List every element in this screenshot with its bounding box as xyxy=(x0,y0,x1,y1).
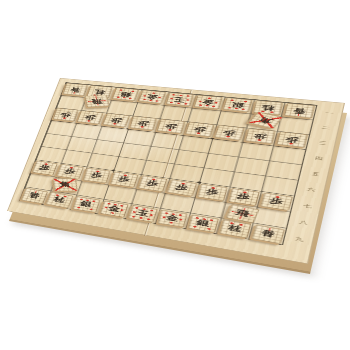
shogi-set-photo: 香桂銀金王金銀桂香飛角歩歩歩歩歩歩歩歩歩歩歩歩歩歩歩歩歩歩角飛香桂銀金玉金銀桂香… xyxy=(0,0,350,350)
rank-label: 八 xyxy=(293,218,315,228)
shogi-piece-gin[interactable]: 銀 xyxy=(73,196,101,212)
shogi-piece-gin[interactable]: 銀 xyxy=(112,87,139,101)
shogi-piece-kyo[interactable]: 香 xyxy=(251,224,285,243)
piece-kanji: 飛 xyxy=(234,209,250,218)
piece-kanji: 銀 xyxy=(120,91,133,97)
rank-label: 一 xyxy=(319,110,340,118)
shogi-piece-kyo[interactable]: 香 xyxy=(63,83,88,96)
shogi-piece-ou[interactable]: 王 xyxy=(166,92,194,106)
piece-kanji: 金 xyxy=(202,99,215,106)
piece-kanji: 飛 xyxy=(92,98,104,104)
piece-kanji: 歩 xyxy=(205,188,219,196)
piece-kanji: 桂 xyxy=(94,89,106,95)
piece-kanji: 角 xyxy=(60,182,72,188)
rank-label: 六 xyxy=(301,186,322,195)
shogi-piece-kyo[interactable]: 香 xyxy=(284,103,315,118)
board-cell[interactable]: 金 xyxy=(155,208,190,228)
piece-kanji: 香 xyxy=(260,229,276,238)
piece-kanji: 銀 xyxy=(231,101,245,108)
shogi-piece-kin[interactable]: 金 xyxy=(158,210,188,227)
shogi-piece-fu[interactable]: 歩 xyxy=(157,119,185,134)
rank-label: 九 xyxy=(289,234,311,244)
shogi-piece-fu[interactable]: 歩 xyxy=(245,128,275,143)
piece-kanji: 角 xyxy=(257,116,273,124)
shogi-piece-kei[interactable]: 桂 xyxy=(219,219,251,238)
shogi-piece-gin[interactable]: 銀 xyxy=(188,214,219,232)
shogi-piece-ou[interactable]: 玉 xyxy=(128,205,158,223)
piece-kanji: 歩 xyxy=(268,197,283,206)
rank-label: 二 xyxy=(316,124,337,132)
piece-kanji: 歩 xyxy=(253,133,267,140)
shogi-piece-fu[interactable]: 歩 xyxy=(77,111,104,125)
board-cell[interactable]: 銀 xyxy=(186,213,222,234)
piece-kanji: 歩 xyxy=(84,114,96,120)
piece-kanji: 歩 xyxy=(284,136,299,143)
piece-kanji: 玉 xyxy=(136,209,150,217)
rank-label: 七 xyxy=(297,202,318,211)
shogi-piece-kin[interactable]: 金 xyxy=(100,200,129,217)
piece-kanji: 歩 xyxy=(91,172,104,179)
piece-kanji: 歩 xyxy=(146,180,160,188)
piece-kanji: 銀 xyxy=(196,219,210,227)
play-area: 香桂銀金王金銀桂香飛角歩歩歩歩歩歩歩歩歩歩歩歩歩歩歩歩歩歩角飛香桂銀金玉金銀桂香 xyxy=(19,82,318,245)
piece-kanji: 歩 xyxy=(193,126,207,133)
piece-kanji: 歩 xyxy=(236,193,251,201)
piece-kanji: 銀 xyxy=(80,200,93,208)
piece-kanji: 王 xyxy=(173,96,186,102)
rank-label: 三 xyxy=(312,139,333,147)
piece-kanji: 桂 xyxy=(53,196,66,204)
piece-kanji: 歩 xyxy=(222,129,236,136)
piece-kanji: 歩 xyxy=(59,112,71,118)
shogi-board: 香桂銀金王金銀桂香飛角歩歩歩歩歩歩歩歩歩歩歩歩歩歩歩歩歩歩角飛香桂銀金玉金銀桂香… xyxy=(7,78,345,264)
rank-label: 五 xyxy=(304,170,325,179)
piece-kanji: 桂 xyxy=(261,104,275,111)
board-cells: 香桂銀金王金銀桂香飛角歩歩歩歩歩歩歩歩歩歩歩歩歩歩歩歩歩歩角飛香桂銀金玉金銀桂香 xyxy=(19,82,318,245)
shogi-piece-fu[interactable]: 歩 xyxy=(53,108,79,121)
piece-kanji: 香 xyxy=(292,107,306,114)
piece-kanji: 歩 xyxy=(118,176,131,183)
piece-kanji: 歩 xyxy=(110,117,123,124)
piece-kanji: 桂 xyxy=(227,224,242,233)
piece-kanji: 歩 xyxy=(64,168,77,175)
piece-kanji: 歩 xyxy=(175,184,189,192)
piece-kanji: 金 xyxy=(146,93,159,100)
rank-label: 四 xyxy=(308,154,329,162)
shogi-piece-fu[interactable]: 歩 xyxy=(103,113,131,127)
shogi-piece-hi[interactable]: 飛 xyxy=(85,95,110,108)
shogi-piece-kin[interactable]: 金 xyxy=(194,95,223,109)
piece-kanji: 歩 xyxy=(137,120,150,127)
piece-kanji: 香 xyxy=(28,192,41,199)
shogi-piece-kyo[interactable]: 香 xyxy=(20,188,47,204)
shogi-piece-kaku[interactable]: 角 xyxy=(53,178,78,191)
shogi-piece-fu[interactable]: 歩 xyxy=(130,116,157,130)
shogi-piece-kin[interactable]: 金 xyxy=(138,90,166,104)
piece-kanji: 歩 xyxy=(164,123,177,130)
shogi-piece-gin[interactable]: 銀 xyxy=(223,97,253,112)
piece-kanji: 歩 xyxy=(38,164,50,171)
piece-kanji: 金 xyxy=(107,205,120,213)
shogi-piece-kei[interactable]: 桂 xyxy=(46,192,74,209)
piece-kanji: 金 xyxy=(165,214,179,222)
piece-kanji: 香 xyxy=(69,86,81,92)
